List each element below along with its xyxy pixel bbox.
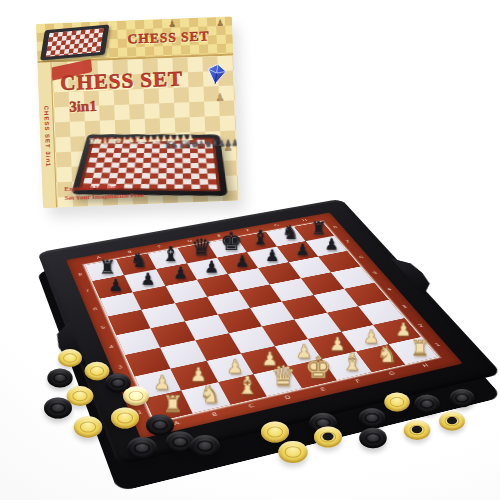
white-knight: ♞ [200, 383, 221, 407]
box-spine: CHESS SET 3in1 [37, 62, 57, 207]
black-checker-piece [359, 408, 386, 428]
black-checker-piece [146, 415, 174, 436]
black-pawn: ♟ [324, 237, 338, 253]
yellow-checker-piece [111, 408, 139, 429]
black-checker-piece [44, 398, 72, 419]
black-checker-piece [127, 437, 156, 459]
black-checker-piece [414, 395, 439, 414]
black-checker-piece [47, 369, 72, 388]
black-pawn: ♟ [173, 265, 188, 281]
black-pawn: ♟ [235, 253, 249, 269]
yellow-checker-piece [278, 441, 307, 463]
pawn-silhouette-icon: ♟ [168, 20, 176, 29]
white-bishop: ♝ [236, 374, 258, 399]
box-tagline: Exploited Wisdom Set Your Imagination Fr… [64, 182, 144, 203]
tray-right-latch-tab [391, 255, 440, 294]
mini-checkerboard-graphic [46, 28, 104, 57]
white-bishop: ♝ [342, 350, 364, 374]
black-pawn: ♟ [295, 242, 309, 258]
black-queen: ♛ [191, 236, 212, 259]
yellow-checker-piece [261, 422, 289, 443]
yellow-checker-piece [384, 393, 409, 412]
box-front-panel: CHESS SET 3in1 CHESS SET 3in1 ♟ ♟ [37, 55, 238, 207]
pawn-silhouette-icon: ♟ [216, 19, 224, 28]
white-queen: ♛ [271, 362, 296, 390]
white-pawn: ♟ [395, 321, 411, 339]
black-pawn: ♟ [108, 277, 123, 294]
yellow-checker-piece [58, 349, 82, 367]
coordinate-label: H [407, 359, 445, 373]
yellow-checker-piece [123, 386, 149, 405]
product-photo-scene: CHESS SET ♟ ♟ CHESS SET 3in1 CHESS SET 3… [0, 0, 500, 500]
yellow-checker-piece [85, 362, 110, 380]
white-rook: ♜ [163, 392, 184, 415]
black-bishop: ♝ [161, 244, 180, 265]
black-king: ♚ [220, 229, 242, 254]
checker-magnet-center [412, 426, 422, 434]
black-pawn: ♟ [141, 271, 156, 288]
black-checker-piece [190, 435, 219, 457]
coordinate-label: 5 [94, 317, 112, 338]
yellow-checker-piece [74, 416, 103, 437]
black-pawn: ♟ [204, 259, 219, 275]
yellow-checker-piece [439, 411, 465, 430]
box-tagline-line2: Set Your Imagination Free [65, 191, 144, 203]
checker-magnet-center [323, 433, 334, 441]
chess-set-box: CHESS SET ♟ ♟ CHESS SET 3in1 CHESS SET 3… [36, 16, 239, 207]
black-pawn: ♟ [265, 248, 279, 264]
black-checker-piece [450, 389, 475, 407]
box-flap-board-thumbnail [40, 24, 109, 60]
box-flap-title: CHESS SET [110, 27, 233, 48]
blue-diamond-logo-icon [203, 63, 230, 91]
white-rook: ♜ [410, 337, 429, 358]
checker-magnet-center [447, 417, 457, 424]
yellow-checker-piece [314, 427, 342, 448]
box-title: CHESS SET [60, 65, 211, 96]
coordinate-label: 2 [408, 315, 434, 336]
yellow-checker-piece [404, 420, 431, 440]
black-knight: ♞ [131, 251, 149, 271]
black-rook: ♜ [99, 258, 116, 277]
white-knight: ♞ [377, 344, 397, 367]
black-checker-piece [359, 428, 386, 449]
white-king: ♚ [305, 352, 332, 382]
